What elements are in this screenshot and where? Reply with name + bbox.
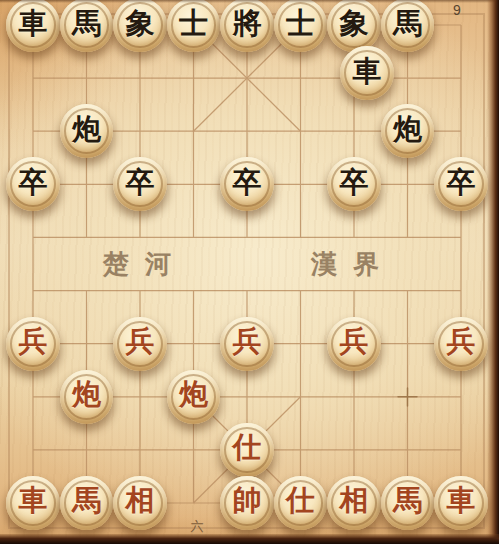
red-elephant-glyph: 相 (340, 486, 369, 515)
black-elephant-glyph: 象 (126, 9, 155, 38)
black-soldier-glyph: 卒 (126, 168, 155, 197)
black-cannon-glyph: 炮 (393, 115, 422, 144)
black-horse-glyph: 馬 (393, 9, 422, 38)
red-chariot-glyph: 車 (447, 486, 476, 515)
piece-black-advisor[interactable]: 士 (274, 0, 328, 52)
piece-black-soldier[interactable]: 卒 (113, 157, 167, 211)
piece-black-general[interactable]: 將 (220, 0, 274, 52)
black-soldier-glyph: 卒 (233, 168, 262, 197)
piece-red-soldier[interactable]: 兵 (6, 317, 60, 371)
red-advisor-glyph: 仕 (286, 486, 315, 515)
red-soldier-glyph: 兵 (19, 327, 48, 356)
red-soldier-glyph: 兵 (340, 327, 369, 356)
piece-black-soldier[interactable]: 卒 (6, 157, 60, 211)
piece-red-elephant[interactable]: 相 (113, 476, 167, 530)
piece-black-chariot[interactable]: 車 (6, 0, 60, 52)
red-horse-glyph: 馬 (393, 486, 422, 515)
red-horse-glyph: 馬 (72, 486, 101, 515)
piece-black-cannon[interactable]: 炮 (381, 104, 435, 158)
piece-red-soldier[interactable]: 兵 (113, 317, 167, 371)
red-elephant-glyph: 相 (126, 486, 155, 515)
piece-black-soldier[interactable]: 卒 (434, 157, 488, 211)
piece-red-horse[interactable]: 馬 (381, 476, 435, 530)
piece-black-horse[interactable]: 馬 (381, 0, 435, 52)
red-chariot-glyph: 車 (19, 486, 48, 515)
piece-black-advisor[interactable]: 士 (167, 0, 221, 52)
black-soldier-glyph: 卒 (447, 168, 476, 197)
red-cannon-glyph: 炮 (72, 380, 101, 409)
piece-red-cannon[interactable]: 炮 (167, 370, 221, 424)
red-general-glyph: 帥 (233, 486, 262, 515)
black-advisor-glyph: 士 (286, 9, 315, 38)
piece-red-chariot[interactable]: 車 (434, 476, 488, 530)
piece-black-soldier[interactable]: 卒 (220, 157, 274, 211)
red-advisor-glyph: 仕 (233, 433, 262, 462)
board-right-frame (487, 0, 499, 544)
board-grid[interactable]: 車馬象士將士象馬車炮炮卒卒卒卒卒兵兵兵兵兵炮炮仕車馬相帥仕相馬車 (6, 0, 488, 529)
black-advisor-glyph: 士 (179, 9, 208, 38)
piece-red-general[interactable]: 帥 (220, 476, 274, 530)
black-elephant-glyph: 象 (340, 9, 369, 38)
piece-red-soldier[interactable]: 兵 (434, 317, 488, 371)
black-chariot-glyph: 車 (19, 9, 48, 38)
board-top-shadow (0, 0, 499, 3)
piece-red-cannon[interactable]: 炮 (60, 370, 114, 424)
piece-black-horse[interactable]: 馬 (60, 0, 114, 52)
red-soldier-glyph: 兵 (447, 327, 476, 356)
piece-black-soldier[interactable]: 卒 (327, 157, 381, 211)
black-general-glyph: 將 (233, 9, 262, 38)
board-bottom-frame (0, 534, 499, 544)
black-cannon-glyph: 炮 (72, 115, 101, 144)
piece-red-horse[interactable]: 馬 (60, 476, 114, 530)
black-soldier-glyph: 卒 (19, 168, 48, 197)
red-soldier-glyph: 兵 (126, 327, 155, 356)
xiangqi-board-app: 楚河 漢界 9 六 車馬象士將士象馬車炮炮卒卒卒卒卒兵兵兵兵兵炮炮仕車馬相帥仕相… (0, 0, 499, 544)
red-cannon-glyph: 炮 (179, 380, 208, 409)
red-soldier-glyph: 兵 (233, 327, 262, 356)
black-soldier-glyph: 卒 (340, 168, 369, 197)
black-chariot-glyph: 車 (353, 57, 382, 86)
piece-red-soldier[interactable]: 兵 (220, 317, 274, 371)
black-horse-glyph: 馬 (72, 9, 101, 38)
piece-red-soldier[interactable]: 兵 (327, 317, 381, 371)
piece-red-advisor[interactable]: 仕 (220, 423, 274, 477)
piece-black-chariot[interactable]: 車 (340, 46, 394, 100)
piece-red-elephant[interactable]: 相 (327, 476, 381, 530)
piece-black-cannon[interactable]: 炮 (60, 104, 114, 158)
piece-black-elephant[interactable]: 象 (113, 0, 167, 52)
piece-red-chariot[interactable]: 車 (6, 476, 60, 530)
piece-black-elephant[interactable]: 象 (327, 0, 381, 52)
piece-red-advisor[interactable]: 仕 (274, 476, 328, 530)
